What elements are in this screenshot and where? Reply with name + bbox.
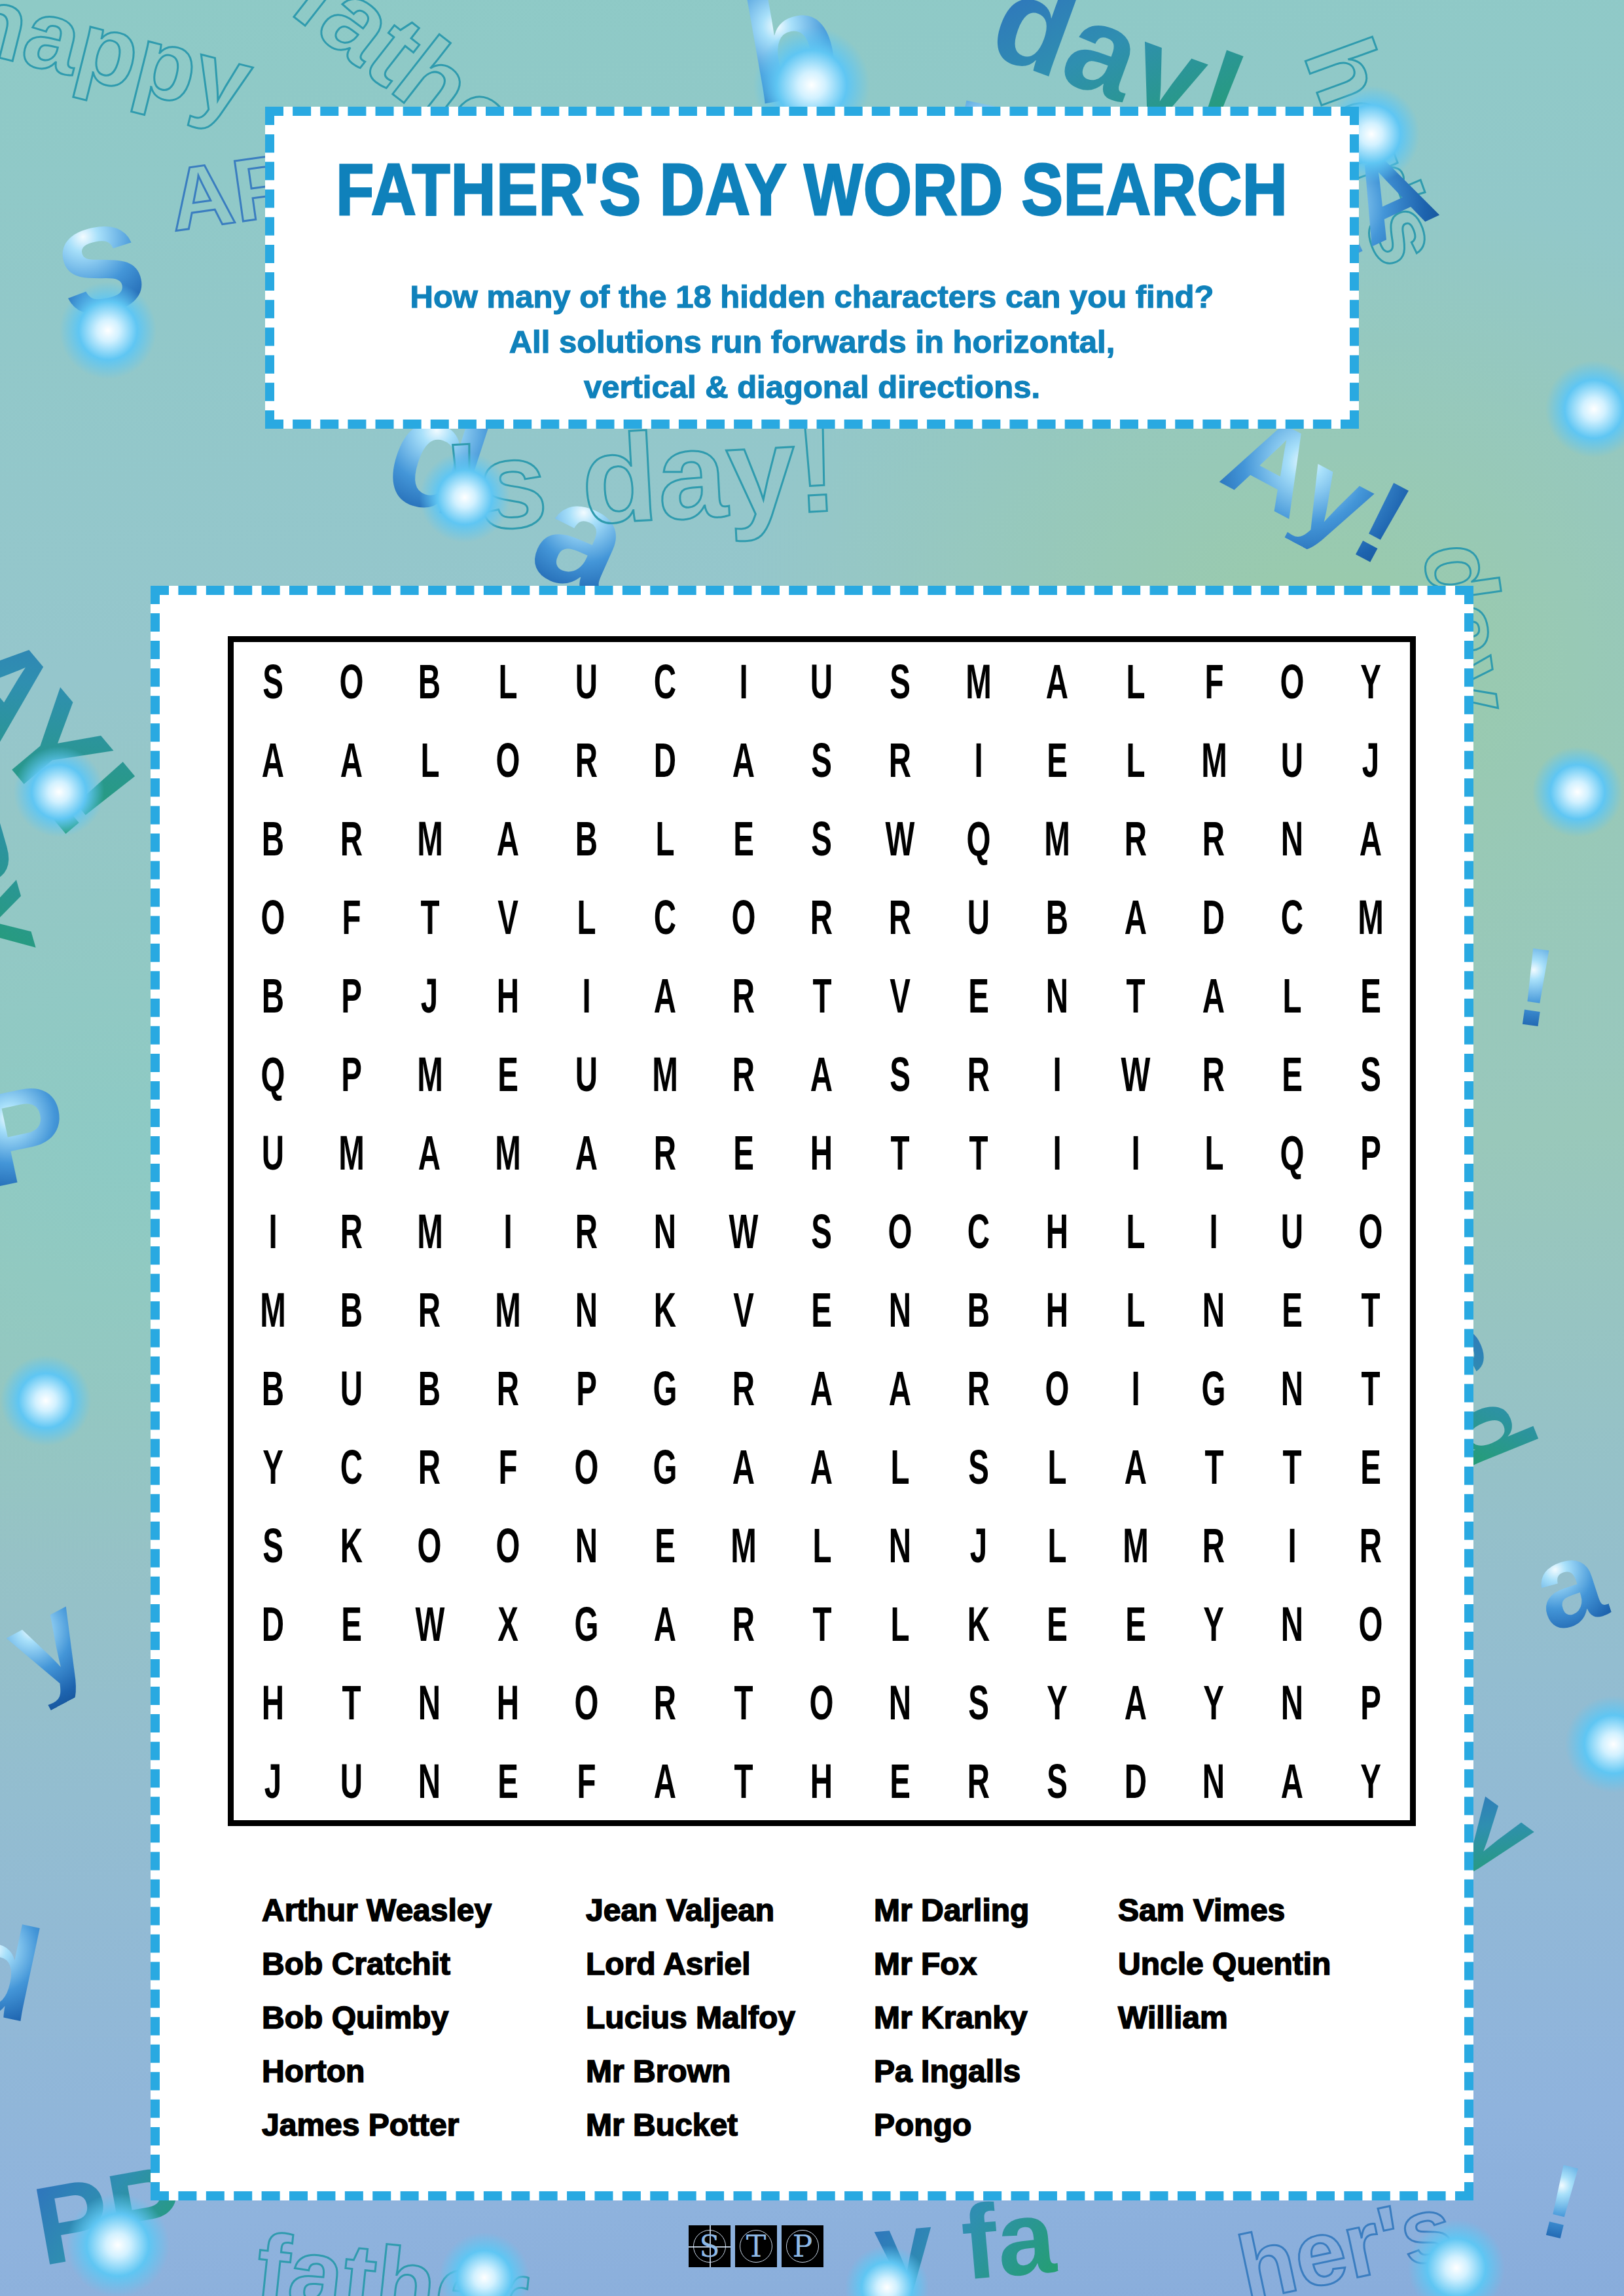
grid-cell-r13c5: G (547, 1585, 626, 1663)
background-letter: y (0, 1571, 107, 1713)
grid-cell-r12c4: O (469, 1506, 547, 1585)
stp-logo: STP (689, 2225, 823, 2267)
grid-cell-r7c12: I (1096, 1113, 1175, 1192)
grid-cell-r9c15: T (1331, 1270, 1410, 1349)
grid-cell-r7c15: P (1331, 1113, 1410, 1192)
grid-cell-r4c6: C (626, 878, 704, 956)
word-list-item: Lord Asriel (586, 1937, 795, 1991)
grid-cell-r14c1: H (234, 1663, 312, 1742)
grid-cell-r13c7: R (704, 1585, 783, 1663)
grid-cell-r9c9: N (861, 1270, 939, 1349)
grid-cell-r5c11: N (1018, 956, 1096, 1035)
grid-cell-r8c5: R (547, 1192, 626, 1270)
grid-cell-r11c9: L (861, 1427, 939, 1506)
glow-blob (13, 746, 105, 838)
grid-cell-r8c13: I (1175, 1192, 1254, 1270)
grid-cell-r3c4: A (469, 799, 547, 878)
grid-cell-r2c13: M (1175, 721, 1254, 799)
grid-cell-r1c14: O (1253, 642, 1331, 721)
grid-cell-r9c6: K (626, 1270, 704, 1349)
grid-cell-r10c7: R (704, 1349, 783, 1427)
grid-cell-r1c6: C (626, 642, 704, 721)
grid-cell-r14c13: Y (1175, 1663, 1254, 1742)
background-letter: a (1519, 1518, 1617, 1650)
grid-cell-r12c3: O (391, 1506, 469, 1585)
grid-cell-r10c1: B (234, 1349, 312, 1427)
word-list-item: Mr Brown (586, 2045, 795, 2098)
grid-cell-r3c3: M (391, 799, 469, 878)
grid-cell-r7c9: T (861, 1113, 939, 1192)
grid-cell-r1c10: M (939, 642, 1018, 721)
grid-cell-r6c15: S (1331, 1035, 1410, 1113)
grid-cell-r14c5: O (547, 1663, 626, 1742)
grid-cell-r11c6: G (626, 1427, 704, 1506)
grid-cell-r14c14: N (1253, 1663, 1331, 1742)
puzzle-panel: SOBLUCIUSMALFOYAALORDASRIELMUJBRMABLESWQ… (151, 586, 1473, 2200)
grid-cell-r9c2: B (312, 1270, 391, 1349)
grid-cell-r10c2: U (312, 1349, 391, 1427)
logo-tile-t: T (735, 2225, 777, 2267)
background-letter: ! (1509, 929, 1562, 1045)
word-grid: SOBLUCIUSMALFOYAALORDASRIELMUJBRMABLESWQ… (228, 636, 1416, 1826)
grid-cell-r12c2: K (312, 1506, 391, 1585)
grid-cell-r10c15: T (1331, 1349, 1410, 1427)
grid-cell-r6c10: R (939, 1035, 1018, 1113)
grid-cell-r7c13: L (1175, 1113, 1254, 1192)
grid-cell-r3c14: N (1253, 799, 1331, 878)
grid-cell-r13c1: D (234, 1585, 312, 1663)
grid-cell-r4c11: B (1018, 878, 1096, 956)
grid-cell-r4c10: U (939, 878, 1018, 956)
grid-cell-r14c2: T (312, 1663, 391, 1742)
grid-cell-r4c2: F (312, 878, 391, 956)
grid-cell-r2c9: R (861, 721, 939, 799)
grid-cell-r7c14: Q (1253, 1113, 1331, 1192)
grid-cell-r14c6: R (626, 1663, 704, 1742)
grid-cell-r15c3: N (391, 1742, 469, 1820)
grid-cell-r7c10: T (939, 1113, 1018, 1192)
grid-cell-r4c3: T (391, 878, 469, 956)
grid-cell-r6c13: R (1175, 1035, 1254, 1113)
grid-cell-r8c3: M (391, 1192, 469, 1270)
grid-cell-r1c1: S (234, 642, 312, 721)
grid-cell-r3c2: R (312, 799, 391, 878)
grid-cell-r7c5: A (547, 1113, 626, 1192)
grid-cell-r10c10: R (939, 1349, 1018, 1427)
word-list-item: Jean Valjean (586, 1884, 795, 1937)
word-list-item: Mr Fox (874, 1937, 1029, 1991)
title-box: FATHER'S DAY WORD SEARCH How many of the… (265, 107, 1359, 429)
grid-cell-r5c7: R (704, 956, 783, 1035)
grid-cell-r15c1: J (234, 1742, 312, 1820)
grid-cell-r11c7: A (704, 1427, 783, 1506)
grid-cell-r1c7: I (704, 642, 783, 721)
grid-cell-r13c10: K (939, 1585, 1018, 1663)
glow-blob (0, 1355, 92, 1446)
grid-cell-r12c1: S (234, 1506, 312, 1585)
grid-cell-r10c11: O (1018, 1349, 1096, 1427)
grid-cell-r5c13: A (1175, 956, 1254, 1035)
grid-cell-r12c9: N (861, 1506, 939, 1585)
grid-cell-r6c9: S (861, 1035, 939, 1113)
grid-cell-r2c11: E (1018, 721, 1096, 799)
grid-cell-r9c8: E (783, 1270, 861, 1349)
grid-cell-r5c15: E (1331, 956, 1410, 1035)
glow-blob (1532, 746, 1623, 838)
glow-blob (1564, 1695, 1624, 1793)
grid-cell-r14c12: A (1096, 1663, 1175, 1742)
grid-cell-r4c13: D (1175, 878, 1254, 956)
grid-cell-r14c3: N (391, 1663, 469, 1742)
instructions-line-3: vertical & diagonal directions. (274, 365, 1350, 410)
word-list: Arthur WeasleyBob CratchitBob QuimbyHort… (160, 1884, 1483, 2172)
grid-cell-r2c3: L (391, 721, 469, 799)
grid-cell-r8c11: H (1018, 1192, 1096, 1270)
grid-cell-r4c12: A (1096, 878, 1175, 956)
grid-cell-r11c8: A (783, 1427, 861, 1506)
grid-cell-r3c6: L (626, 799, 704, 878)
grid-cell-r10c6: G (626, 1349, 704, 1427)
grid-cell-r15c15: Y (1331, 1742, 1410, 1820)
grid-cell-r8c7: W (704, 1192, 783, 1270)
grid-cell-r4c5: L (547, 878, 626, 956)
grid-cell-r7c11: I (1018, 1113, 1096, 1192)
grid-cell-r6c3: M (391, 1035, 469, 1113)
grid-cell-r11c13: T (1175, 1427, 1254, 1506)
grid-cell-r11c10: S (939, 1427, 1018, 1506)
grid-cell-r4c9: R (861, 878, 939, 956)
grid-cell-r8c8: S (783, 1192, 861, 1270)
grid-cell-r10c8: A (783, 1349, 861, 1427)
grid-cell-r6c7: R (704, 1035, 783, 1113)
grid-cell-r3c1: B (234, 799, 312, 878)
word-list-item: Lucius Malfoy (586, 1991, 795, 2045)
grid-cell-r11c2: C (312, 1427, 391, 1506)
grid-cell-r14c7: T (704, 1663, 783, 1742)
word-list-item: Uncle Quentin (1118, 1937, 1331, 1991)
word-list-item: James Potter (262, 2098, 492, 2152)
logo-tile-s: S (689, 2225, 731, 2267)
grid-cell-r4c14: C (1253, 878, 1331, 956)
grid-cell-r9c11: H (1018, 1270, 1096, 1349)
word-list-column-4: Sam VimesUncle QuentinWilliam (1118, 1884, 1331, 2045)
grid-cell-r15c5: F (547, 1742, 626, 1820)
grid-cell-r1c5: U (547, 642, 626, 721)
grid-cell-r3c7: E (704, 799, 783, 878)
grid-cell-r12c14: I (1253, 1506, 1331, 1585)
word-list-item: William (1118, 1991, 1331, 2045)
worksheet-page: happyfatherher'sAPPYsadabDday!HADAY!'s d… (0, 0, 1624, 2296)
grid-cell-r12c15: R (1331, 1506, 1410, 1585)
grid-cell-r13c3: W (391, 1585, 469, 1663)
grid-cell-r6c2: P (312, 1035, 391, 1113)
grid-cell-r6c11: I (1018, 1035, 1096, 1113)
grid-cell-r5c4: H (469, 956, 547, 1035)
glow-blob (1545, 360, 1624, 458)
grid-cell-r4c7: O (704, 878, 783, 956)
grid-cell-r3c5: B (547, 799, 626, 878)
grid-cell-r11c5: O (547, 1427, 626, 1506)
grid-cell-r1c11: A (1018, 642, 1096, 721)
grid-cell-r3c11: M (1018, 799, 1096, 878)
grid-cell-r11c15: E (1331, 1427, 1410, 1506)
grid-cell-r3c10: Q (939, 799, 1018, 878)
grid-cell-r5c6: A (626, 956, 704, 1035)
grid-cell-r12c11: L (1018, 1506, 1096, 1585)
background-letter: P (0, 1062, 80, 1208)
grid-cell-r14c9: N (861, 1663, 939, 1742)
grid-cell-r1c8: U (783, 642, 861, 721)
word-list-column-2: Jean ValjeanLord AsrielLucius MalfoyMr B… (586, 1884, 795, 2152)
grid-cell-r3c12: R (1096, 799, 1175, 878)
word-list-item: Bob Cratchit (262, 1937, 492, 1991)
grid-cell-r13c4: X (469, 1585, 547, 1663)
grid-cell-r6c8: A (783, 1035, 861, 1113)
grid-cell-r4c8: R (783, 878, 861, 956)
grid-cell-r15c10: R (939, 1742, 1018, 1820)
grid-cell-r3c13: R (1175, 799, 1254, 878)
grid-cell-r12c13: R (1175, 1506, 1254, 1585)
grid-cell-r12c12: M (1096, 1506, 1175, 1585)
grid-cell-r1c2: O (312, 642, 391, 721)
grid-cell-r9c12: L (1096, 1270, 1175, 1349)
grid-cell-r5c14: L (1253, 956, 1331, 1035)
grid-cell-r13c15: O (1331, 1585, 1410, 1663)
grid-cell-r14c11: Y (1018, 1663, 1096, 1742)
grid-cell-r13c2: E (312, 1585, 391, 1663)
grid-cell-r6c1: Q (234, 1035, 312, 1113)
grid-cell-r2c14: U (1253, 721, 1331, 799)
grid-cell-r10c9: A (861, 1349, 939, 1427)
grid-cell-r15c14: A (1253, 1742, 1331, 1820)
word-list-item: Horton (262, 2045, 492, 2098)
grid-cell-r7c7: E (704, 1113, 783, 1192)
grid-cell-r12c10: J (939, 1506, 1018, 1585)
grid-cell-r8c2: R (312, 1192, 391, 1270)
grid-cell-r13c12: E (1096, 1585, 1175, 1663)
grid-cell-r8c1: I (234, 1192, 312, 1270)
grid-cell-r5c9: V (861, 956, 939, 1035)
word-list-item: Pa Ingalls (874, 2045, 1029, 2098)
grid-cell-r15c13: N (1175, 1742, 1254, 1820)
word-list-item: Mr Kranky (874, 1991, 1029, 2045)
grid-cell-r9c10: B (939, 1270, 1018, 1349)
grid-cell-r2c6: D (626, 721, 704, 799)
grid-cell-r9c1: M (234, 1270, 312, 1349)
grid-cell-r8c9: O (861, 1192, 939, 1270)
grid-cell-r11c11: L (1018, 1427, 1096, 1506)
grid-cell-r10c3: B (391, 1349, 469, 1427)
instructions-line-2: All solutions run forwards in horizontal… (274, 319, 1350, 365)
word-list-item: Arthur Weasley (262, 1884, 492, 1937)
grid-cell-r14c4: H (469, 1663, 547, 1742)
grid-cell-r11c1: Y (234, 1427, 312, 1506)
grid-cell-r15c12: D (1096, 1742, 1175, 1820)
grid-cell-r9c14: E (1253, 1270, 1331, 1349)
grid-cell-r12c6: E (626, 1506, 704, 1585)
grid-cell-r10c14: N (1253, 1349, 1331, 1427)
grid-cell-r8c14: U (1253, 1192, 1331, 1270)
grid-cell-r1c4: L (469, 642, 547, 721)
grid-cell-r2c15: J (1331, 721, 1410, 799)
grid-cell-r8c15: O (1331, 1192, 1410, 1270)
grid-cell-r13c8: T (783, 1585, 861, 1663)
grid-cell-r11c4: F (469, 1427, 547, 1506)
grid-cell-r5c8: T (783, 956, 861, 1035)
grid-cell-r6c5: U (547, 1035, 626, 1113)
grid-cell-r12c5: N (547, 1506, 626, 1585)
grid-cell-r13c6: A (626, 1585, 704, 1663)
grid-cell-r6c6: M (626, 1035, 704, 1113)
word-list-column-3: Mr DarlingMr FoxMr KrankyPa IngallsPongo (874, 1884, 1029, 2152)
grid-cell-r15c11: S (1018, 1742, 1096, 1820)
logo-tile-p: P (782, 2225, 823, 2267)
grid-cell-r7c3: A (391, 1113, 469, 1192)
background-letter: happy (0, 0, 261, 132)
grid-cell-r6c4: E (469, 1035, 547, 1113)
grid-cell-r2c2: A (312, 721, 391, 799)
grid-cell-r1c15: Y (1331, 642, 1410, 721)
grid-cell-r13c14: N (1253, 1585, 1331, 1663)
instructions-line-1: How many of the 18 hidden characters can… (274, 274, 1350, 319)
grid-cell-r7c1: U (234, 1113, 312, 1192)
grid-cell-r3c8: S (783, 799, 861, 878)
glow-blob (419, 452, 511, 543)
word-list-item: Sam Vimes (1118, 1884, 1331, 1937)
grid-cell-r2c10: I (939, 721, 1018, 799)
grid-cell-r14c15: P (1331, 1663, 1410, 1742)
grid-cell-r3c9: W (861, 799, 939, 878)
grid-cell-r11c14: T (1253, 1427, 1331, 1506)
grid-cell-r8c4: I (469, 1192, 547, 1270)
grid-cell-r13c13: Y (1175, 1585, 1254, 1663)
grid-cell-r11c3: R (391, 1427, 469, 1506)
grid-cell-r9c5: N (547, 1270, 626, 1349)
grid-cell-r10c5: P (547, 1349, 626, 1427)
grid-cell-r9c7: V (704, 1270, 783, 1349)
grid-cell-r14c8: O (783, 1663, 861, 1742)
grid-cell-r15c2: U (312, 1742, 391, 1820)
grid-cell-r11c12: A (1096, 1427, 1175, 1506)
grid-cell-r1c13: F (1175, 642, 1254, 721)
grid-cell-r4c1: O (234, 878, 312, 956)
word-list-column-1: Arthur WeasleyBob CratchitBob QuimbyHort… (262, 1884, 492, 2152)
grid-cell-r14c10: S (939, 1663, 1018, 1742)
grid-cell-r5c2: P (312, 956, 391, 1035)
grid-cell-r3c15: A (1331, 799, 1410, 878)
glow-blob (59, 281, 157, 380)
grid-cell-r4c4: V (469, 878, 547, 956)
grid-cell-r15c6: A (626, 1742, 704, 1820)
grid-cell-r13c9: L (861, 1585, 939, 1663)
grid-cell-r8c10: C (939, 1192, 1018, 1270)
grid-cell-r8c6: N (626, 1192, 704, 1270)
grid-cell-r5c12: T (1096, 956, 1175, 1035)
grid-cell-r2c5: R (547, 721, 626, 799)
grid-cell-r10c12: I (1096, 1349, 1175, 1427)
page-title: FATHER'S DAY WORD SEARCH (280, 148, 1344, 232)
grid-cell-r2c8: S (783, 721, 861, 799)
grid-cell-r15c8: H (783, 1742, 861, 1820)
grid-cell-r12c8: L (783, 1506, 861, 1585)
grid-cell-r5c5: I (547, 956, 626, 1035)
glow-blob (65, 2193, 170, 2296)
grid-cell-r9c4: M (469, 1270, 547, 1349)
grid-cell-r10c13: G (1175, 1349, 1254, 1427)
grid-cell-r4c15: M (1331, 878, 1410, 956)
grid-cell-r1c3: B (391, 642, 469, 721)
word-list-item: Bob Quimby (262, 1991, 492, 2045)
grid-cell-r2c12: L (1096, 721, 1175, 799)
word-list-item: Pongo (874, 2098, 1029, 2152)
grid-cell-r2c4: O (469, 721, 547, 799)
background-letter: d (0, 1898, 52, 2043)
grid-cell-r8c12: L (1096, 1192, 1175, 1270)
grid-cell-r2c1: A (234, 721, 312, 799)
grid-cell-r6c14: E (1253, 1035, 1331, 1113)
grid-cell-r1c9: S (861, 642, 939, 721)
grid-cell-r7c2: M (312, 1113, 391, 1192)
word-list-item: Mr Darling (874, 1884, 1029, 1937)
grid-cell-r5c10: E (939, 956, 1018, 1035)
grid-cell-r7c4: M (469, 1113, 547, 1192)
word-list-item: Mr Bucket (586, 2098, 795, 2152)
grid-cell-r15c4: E (469, 1742, 547, 1820)
grid-cell-r9c3: R (391, 1270, 469, 1349)
grid-cell-r9c13: N (1175, 1270, 1254, 1349)
grid-cell-r5c1: B (234, 956, 312, 1035)
grid-cell-r7c8: H (783, 1113, 861, 1192)
grid-cell-r7c6: R (626, 1113, 704, 1192)
grid-cell-r2c7: A (704, 721, 783, 799)
grid-cell-r15c9: E (861, 1742, 939, 1820)
grid-cell-r15c7: T (704, 1742, 783, 1820)
grid-cell-r13c11: E (1018, 1585, 1096, 1663)
background-letter: ! (1532, 2147, 1591, 2257)
grid-cell-r5c3: J (391, 956, 469, 1035)
grid-cell-r1c12: L (1096, 642, 1175, 721)
grid-cell-r10c4: R (469, 1349, 547, 1427)
grid-cell-r12c7: M (704, 1506, 783, 1585)
grid-cell-r6c12: W (1096, 1035, 1175, 1113)
